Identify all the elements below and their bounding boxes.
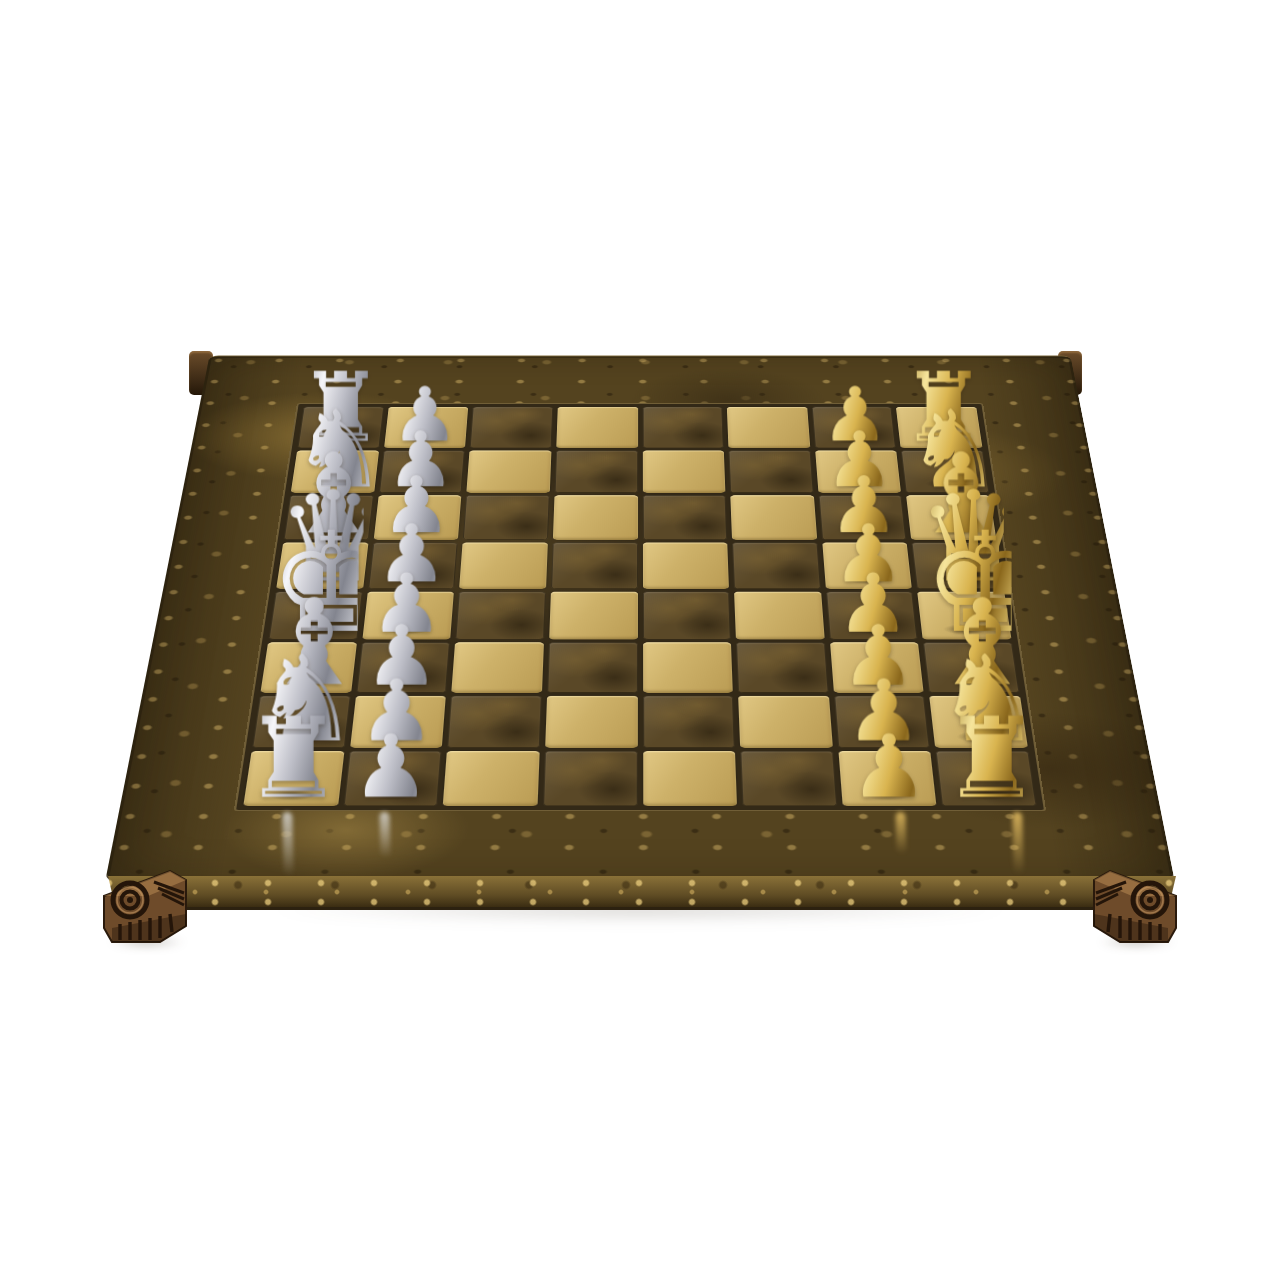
square-h5 xyxy=(543,751,637,806)
square-h8: ♜ xyxy=(243,751,344,806)
square-g6 xyxy=(447,696,541,748)
piece-glyph: ♟ xyxy=(842,725,936,812)
piece-reflection xyxy=(379,812,390,858)
square-b6 xyxy=(467,450,552,493)
piece-silver-pawn: ♟ xyxy=(344,725,438,801)
square-h7: ♟ xyxy=(343,751,442,806)
square-e3 xyxy=(734,591,824,639)
square-d5 xyxy=(551,542,638,588)
square-g3 xyxy=(738,696,832,748)
board-foot-near-left xyxy=(98,868,190,944)
board-front-edge xyxy=(100,876,1184,910)
square-g5 xyxy=(545,696,637,748)
square-e5 xyxy=(549,591,637,639)
perspective-wrapper: ♜♟♟♜♞♟♟♞♝♟♟♝♛♟♟♛♚♟♟♚♝♟♟♝♞♟♟♞♜♟♟♜ xyxy=(0,0,1280,1280)
piece-reflection xyxy=(1012,812,1024,874)
scene: ♜♟♟♜♞♟♟♞♝♟♟♝♛♟♟♛♚♟♟♚♝♟♟♝♞♟♟♞♜♟♟♜ xyxy=(0,0,1280,1280)
square-d3 xyxy=(732,542,820,588)
square-h4 xyxy=(643,751,737,806)
piece-glyph: ♜ xyxy=(244,704,338,815)
square-g4 xyxy=(643,696,735,748)
playing-area: ♜♟♟♜♞♟♟♞♝♟♟♝♛♟♟♛♚♟♟♚♝♟♟♝♞♟♟♞♜♟♟♜ xyxy=(234,403,1047,811)
piece-glyph: ♜ xyxy=(942,704,1036,815)
piece-gold-pawn: ♟ xyxy=(842,725,936,801)
square-b3 xyxy=(729,450,814,493)
square-e4 xyxy=(643,591,731,639)
piece-reflection xyxy=(895,812,906,854)
ionic-foot-icon xyxy=(98,868,190,944)
square-h1: ♜ xyxy=(936,751,1037,806)
square-h2: ♟ xyxy=(838,751,937,806)
square-d6 xyxy=(459,542,547,588)
chess-board: ♜♟♟♜♞♟♟♞♝♟♟♝♛♟♟♛♚♟♟♚♝♟♟♝♞♟♟♞♜♟♟♜ xyxy=(105,356,1175,882)
square-d4 xyxy=(642,542,729,588)
square-b4 xyxy=(642,450,725,493)
piece-glyph: ♟ xyxy=(344,725,438,812)
square-e6 xyxy=(456,591,546,639)
board-foot-near-right xyxy=(1090,868,1182,944)
piece-reflection xyxy=(282,812,294,876)
square-h6 xyxy=(443,751,540,806)
square-h3 xyxy=(740,751,837,806)
square-b5 xyxy=(554,450,637,493)
ionic-foot-icon xyxy=(1090,868,1182,944)
piece-silver-rook: ♜ xyxy=(244,704,338,801)
piece-gold-rook: ♜ xyxy=(942,704,1036,801)
